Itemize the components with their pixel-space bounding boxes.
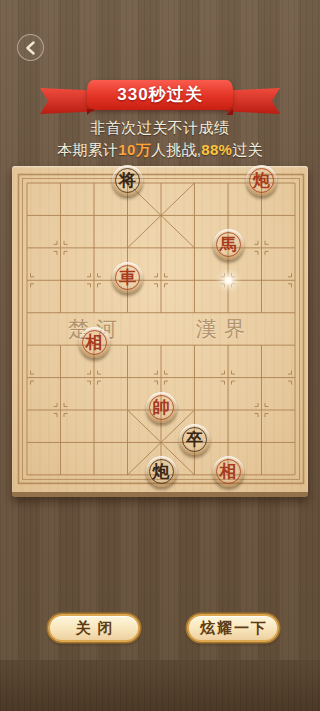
brag-button[interactable]: 炫耀一下 — [187, 614, 279, 642]
board-grid-lines — [12, 166, 308, 492]
screen: 330秒过关 非首次过关不计成绩 本期累计10万人挑战,88%过关 楚河 漢界 … — [0, 0, 320, 711]
close-button[interactable]: 关闭 — [48, 614, 140, 642]
ribbon-band: 330秒过关 — [87, 80, 233, 110]
river-label-han-jie: 漢界 — [192, 315, 256, 343]
piece-black-soldier[interactable]: 卒 — [179, 424, 210, 455]
stats-pass-rate: 88% — [201, 141, 232, 158]
piece-red-chariot[interactable]: 車 — [112, 262, 143, 293]
footer-band — [0, 660, 320, 711]
piece-red-horse[interactable]: 馬 — [213, 229, 244, 260]
move-highlight-dot — [224, 276, 233, 285]
stats-mid: 人挑战, — [151, 141, 201, 158]
back-button[interactable] — [17, 34, 44, 61]
stats-suffix: 过关 — [232, 141, 263, 158]
piece-character: 相 — [220, 463, 237, 480]
ribbon-title: 330秒过关 — [87, 80, 233, 110]
piece-red-general[interactable]: 帥 — [146, 392, 177, 423]
piece-character: 帥 — [153, 398, 170, 415]
xiangqi-board[interactable]: 楚河 漢界 将炮馬車相帥卒炮相 — [12, 166, 308, 497]
piece-red-elephant-2[interactable]: 相 — [213, 456, 244, 487]
piece-character: 車 — [119, 268, 136, 285]
piece-character: 炮 — [253, 171, 270, 188]
piece-character: 将 — [119, 171, 136, 188]
note-line: 非首次过关不计成绩 — [0, 119, 320, 138]
stats-line: 本期累计10万人挑战,88%过关 — [0, 141, 320, 160]
ribbon-tail-left — [40, 88, 94, 114]
stats-prefix: 本期累计 — [57, 141, 118, 158]
piece-character: 相 — [86, 333, 103, 350]
title-ribbon: 330秒过关 — [0, 76, 320, 118]
piece-red-cannon[interactable]: 炮 — [246, 165, 277, 196]
stats-challenger-count: 10万 — [118, 141, 151, 158]
piece-character: 馬 — [220, 236, 237, 253]
piece-black-general[interactable]: 将 — [112, 165, 143, 196]
piece-character: 炮 — [153, 463, 170, 480]
piece-character: 卒 — [186, 430, 203, 447]
chevron-left-icon — [25, 41, 36, 55]
piece-black-cannon[interactable]: 炮 — [146, 456, 177, 487]
piece-red-elephant[interactable]: 相 — [79, 327, 110, 358]
ribbon-tail-right — [226, 88, 280, 114]
